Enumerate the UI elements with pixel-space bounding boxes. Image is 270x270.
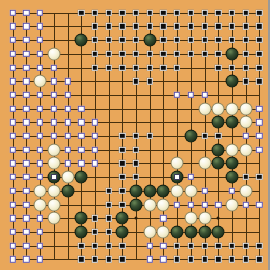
black-territory-marker-H3 [105, 229, 111, 235]
intersection-P9[interactable] [198, 143, 212, 157]
white-territory-marker-S5 [242, 201, 248, 207]
black-stone-R16 [225, 47, 238, 60]
black-territory-marker-K8 [133, 160, 139, 166]
black-territory-marker-R1 [229, 256, 235, 262]
intersection-M14[interactable] [157, 74, 171, 88]
black-stone-Q3 [212, 225, 225, 238]
white-territory-marker-F8 [78, 160, 84, 166]
white-territory-marker-C12 [37, 105, 43, 111]
black-territory-marker-Q15 [215, 64, 221, 70]
white-territory-marker-B12 [23, 105, 29, 111]
white-territory-marker-T11 [256, 119, 262, 125]
white-territory-marker-A3 [9, 229, 15, 235]
black-territory-marker-F19 [78, 9, 84, 15]
black-stone-F7 [75, 171, 88, 184]
white-territory-marker-A8 [9, 160, 15, 166]
black-territory-marker-G15 [92, 64, 98, 70]
white-territory-marker-A4 [9, 215, 15, 221]
intersection-O15[interactable] [184, 61, 198, 75]
black-territory-marker-O18 [188, 23, 194, 29]
white-territory-marker-B18 [23, 23, 29, 29]
white-stone-D6 [47, 184, 60, 197]
intersection-E17[interactable] [61, 33, 75, 47]
intersection-P7[interactable] [198, 170, 212, 184]
intersection-K3[interactable] [129, 225, 143, 239]
intersection-G7[interactable] [88, 170, 102, 184]
black-territory-marker-S18 [242, 23, 248, 29]
white-stone-P8 [198, 157, 211, 170]
intersection-L11[interactable] [143, 115, 157, 129]
white-stone-C6 [34, 184, 47, 197]
white-territory-marker-C18 [37, 23, 43, 29]
intersection-O9[interactable] [184, 143, 198, 157]
black-territory-marker-N15 [174, 64, 180, 70]
intersection-T4[interactable] [252, 211, 266, 225]
black-territory-marker-T2 [256, 242, 262, 248]
black-stone-J4 [116, 212, 129, 225]
intersection-S3[interactable] [239, 225, 253, 239]
intersection-M12[interactable] [157, 102, 171, 116]
intersection-J13[interactable] [115, 88, 129, 102]
white-stone-M3 [157, 225, 170, 238]
black-territory-marker-T1 [256, 256, 262, 262]
white-territory-marker-C7 [37, 174, 43, 180]
black-territory-marker-S7 [242, 174, 248, 180]
black-territory-marker-H6 [105, 188, 111, 194]
white-territory-marker-O7 [188, 174, 194, 180]
black-stone-Q8 [212, 157, 225, 170]
white-territory-marker-D13 [51, 92, 57, 98]
black-territory-marker-Q2 [215, 242, 221, 248]
black-territory-marker-G4 [92, 215, 98, 221]
intersection-H12[interactable] [102, 102, 116, 116]
intersection-K11[interactable] [129, 115, 143, 129]
white-territory-marker-B10 [23, 133, 29, 139]
black-territory-marker-M18 [160, 23, 166, 29]
white-territory-marker-C9 [37, 146, 43, 152]
white-territory-marker-B13 [23, 92, 29, 98]
intersection-G6[interactable] [88, 184, 102, 198]
intersection-N10[interactable] [170, 129, 184, 143]
black-territory-marker-Q10 [215, 133, 221, 139]
black-territory-marker-S2 [242, 242, 248, 248]
intersection-Q14[interactable] [211, 74, 225, 88]
black-territory-marker-J15 [119, 64, 125, 70]
intersection-E15[interactable] [61, 61, 75, 75]
black-territory-marker-J2 [119, 242, 125, 248]
intersection-S8[interactable] [239, 157, 253, 171]
black-territory-marker-T18 [256, 23, 262, 29]
black-territory-marker-M17 [160, 37, 166, 43]
white-territory-marker-B19 [23, 9, 29, 15]
black-stone-Q11 [212, 116, 225, 129]
black-stone-O3 [184, 225, 197, 238]
white-stone-Q12 [212, 102, 225, 115]
white-territory-marker-B4 [23, 215, 29, 221]
intersection-T13[interactable] [252, 88, 266, 102]
white-territory-marker-E12 [64, 105, 70, 111]
black-territory-marker-T17 [256, 37, 262, 43]
black-territory-marker-J9 [119, 146, 125, 152]
white-stone-C5 [34, 198, 47, 211]
intersection-T3[interactable] [252, 225, 266, 239]
intersection-P14[interactable] [198, 74, 212, 88]
intersection-G13[interactable] [88, 88, 102, 102]
white-territory-marker-B3 [23, 229, 29, 235]
intersection-M7[interactable] [157, 170, 171, 184]
black-territory-marker-L18 [146, 23, 152, 29]
black-territory-marker-J16 [119, 51, 125, 57]
intersection-Q7[interactable] [211, 170, 225, 184]
black-territory-marker-M15 [160, 64, 166, 70]
black-territory-marker-G18 [92, 23, 98, 29]
intersection-O11[interactable] [184, 115, 198, 129]
intersection-D1[interactable] [47, 252, 61, 266]
black-territory-marker-G17 [92, 37, 98, 43]
black-territory-marker-R2 [229, 242, 235, 248]
white-territory-marker-E8 [64, 160, 70, 166]
black-stone-L6 [143, 184, 156, 197]
intersection-E3[interactable] [61, 225, 75, 239]
black-territory-marker-T15 [256, 64, 262, 70]
intersection-N12[interactable] [170, 102, 184, 116]
intersection-L8[interactable] [143, 157, 157, 171]
white-territory-marker-E9 [64, 146, 70, 152]
white-territory-marker-A11 [9, 119, 15, 125]
black-territory-marker-K16 [133, 51, 139, 57]
intersection-N4[interactable] [170, 211, 184, 225]
black-territory-marker-O17 [188, 37, 194, 43]
black-territory-marker-Q17 [215, 37, 221, 43]
black-stone-R7 [225, 171, 238, 184]
black-territory-marker-F1 [78, 256, 84, 262]
white-territory-marker-A14 [9, 78, 15, 84]
black-territory-marker-J17 [119, 37, 125, 43]
intersection-L13[interactable] [143, 88, 157, 102]
black-territory-marker-K15 [133, 64, 139, 70]
black-territory-marker-N2 [174, 242, 180, 248]
white-territory-marker-P13 [201, 92, 207, 98]
intersection-R10[interactable] [225, 129, 239, 143]
black-territory-marker-T7 [256, 174, 262, 180]
black-territory-marker-M16 [160, 51, 166, 57]
white-territory-marker-F11 [78, 119, 84, 125]
black-territory-marker-H2 [105, 242, 111, 248]
black-stone-F3 [75, 225, 88, 238]
white-territory-marker-A2 [9, 242, 15, 248]
intersection-H11[interactable] [102, 115, 116, 129]
intersection-Q13[interactable] [211, 88, 225, 102]
white-territory-marker-N5 [174, 201, 180, 207]
white-territory-marker-M2 [160, 242, 166, 248]
dead-stone-marker-N7 [174, 174, 180, 180]
black-stone-P3 [198, 225, 211, 238]
intersection-M11[interactable] [157, 115, 171, 129]
intersection-T6[interactable] [252, 184, 266, 198]
intersection-E19[interactable] [61, 6, 75, 20]
black-territory-marker-H5 [105, 201, 111, 207]
intersection-E18[interactable] [61, 20, 75, 34]
black-stone-J3 [116, 225, 129, 238]
black-territory-marker-J18 [119, 23, 125, 29]
intersection-R13[interactable] [225, 88, 239, 102]
intersection-O8[interactable] [184, 157, 198, 171]
white-territory-marker-C4 [37, 215, 43, 221]
white-territory-marker-C2 [37, 242, 43, 248]
intersection-K4[interactable] [129, 211, 143, 225]
white-territory-marker-O13 [188, 92, 194, 98]
intersection-S13[interactable] [239, 88, 253, 102]
white-territory-marker-A19 [9, 9, 15, 15]
white-territory-marker-A13 [9, 92, 15, 98]
intersection-E2[interactable] [61, 239, 75, 253]
white-territory-marker-A17 [9, 37, 15, 43]
black-stone-F17 [75, 34, 88, 47]
white-territory-marker-A15 [9, 64, 15, 70]
white-territory-marker-F9 [78, 146, 84, 152]
white-stone-P12 [198, 102, 211, 115]
white-territory-marker-Q5 [215, 201, 221, 207]
intersection-F13[interactable] [74, 88, 88, 102]
black-territory-marker-P17 [201, 37, 207, 43]
intersection-E5[interactable] [61, 198, 75, 212]
white-territory-marker-T12 [256, 105, 262, 111]
intersection-F16[interactable] [74, 47, 88, 61]
black-territory-marker-G16 [92, 51, 98, 57]
black-territory-marker-P1 [201, 256, 207, 262]
black-territory-marker-L16 [146, 51, 152, 57]
intersection-M8[interactable] [157, 157, 171, 171]
black-territory-marker-O19 [188, 9, 194, 15]
white-stone-N8 [171, 157, 184, 170]
white-territory-marker-B9 [23, 146, 29, 152]
intersection-N9[interactable] [170, 143, 184, 157]
black-territory-marker-J10 [119, 133, 125, 139]
intersection-D17[interactable] [47, 33, 61, 47]
black-territory-marker-H19 [105, 9, 111, 15]
white-territory-marker-S10 [242, 133, 248, 139]
black-territory-marker-K14 [133, 78, 139, 84]
white-territory-marker-P5 [201, 201, 207, 207]
white-territory-marker-D10 [51, 133, 57, 139]
black-stone-L17 [143, 34, 156, 47]
intersection-M9[interactable] [157, 143, 171, 157]
white-territory-marker-G11 [92, 119, 98, 125]
white-territory-marker-M1 [160, 256, 166, 262]
black-stone-M6 [157, 184, 170, 197]
intersection-S4[interactable] [239, 211, 253, 225]
black-territory-marker-S19 [242, 9, 248, 15]
intersection-J12[interactable] [115, 102, 129, 116]
white-territory-marker-B17 [23, 37, 29, 43]
intersection-N11[interactable] [170, 115, 184, 129]
white-territory-marker-F12 [78, 105, 84, 111]
intersection-E16[interactable] [61, 47, 75, 61]
intersection-F5[interactable] [74, 198, 88, 212]
intersection-P15[interactable] [198, 61, 212, 75]
black-territory-marker-P18 [201, 23, 207, 29]
intersection-L9[interactable] [143, 143, 157, 157]
intersection-L4[interactable] [143, 211, 157, 225]
black-territory-marker-L10 [146, 133, 152, 139]
white-territory-marker-C10 [37, 133, 43, 139]
white-territory-marker-A6 [9, 188, 15, 194]
black-territory-marker-N18 [174, 23, 180, 29]
intersection-O14[interactable] [184, 74, 198, 88]
intersection-H9[interactable] [102, 143, 116, 157]
white-territory-marker-D14 [51, 78, 57, 84]
intersection-H13[interactable] [102, 88, 116, 102]
white-territory-marker-A10 [9, 133, 15, 139]
black-territory-marker-S17 [242, 37, 248, 43]
black-territory-marker-Q1 [215, 256, 221, 262]
intersection-T8[interactable] [252, 157, 266, 171]
white-territory-marker-A7 [9, 174, 15, 180]
intersection-H8[interactable] [102, 157, 116, 171]
intersection-D19[interactable] [47, 6, 61, 20]
white-territory-marker-O5 [188, 201, 194, 207]
intersection-H10[interactable] [102, 129, 116, 143]
black-territory-marker-L15 [146, 64, 152, 70]
intersection-H14[interactable] [102, 74, 116, 88]
black-territory-marker-Q19 [215, 9, 221, 15]
white-territory-marker-E10 [64, 133, 70, 139]
white-territory-marker-C15 [37, 64, 43, 70]
white-territory-marker-C11 [37, 119, 43, 125]
white-territory-marker-C17 [37, 37, 43, 43]
intersection-K2[interactable] [129, 239, 143, 253]
white-territory-marker-B6 [23, 188, 29, 194]
black-territory-marker-G2 [92, 242, 98, 248]
intersection-F15[interactable] [74, 61, 88, 75]
intersection-L12[interactable] [143, 102, 157, 116]
intersection-J11[interactable] [115, 115, 129, 129]
white-territory-marker-C8 [37, 160, 43, 166]
intersection-G14[interactable] [88, 74, 102, 88]
black-territory-marker-H16 [105, 51, 111, 57]
white-stone-O4 [184, 212, 197, 225]
intersection-H7[interactable] [102, 170, 116, 184]
white-stone-D4 [47, 212, 60, 225]
black-territory-marker-S15 [242, 64, 248, 70]
intersection-P11[interactable] [198, 115, 212, 129]
intersection-M13[interactable] [157, 88, 171, 102]
intersection-Q4[interactable] [211, 211, 225, 225]
white-stone-P4 [198, 212, 211, 225]
white-territory-marker-B7 [23, 174, 29, 180]
white-territory-marker-B8 [23, 160, 29, 166]
white-territory-marker-F10 [78, 133, 84, 139]
white-territory-marker-E11 [64, 119, 70, 125]
black-territory-marker-T16 [256, 51, 262, 57]
black-territory-marker-J6 [119, 188, 125, 194]
black-stone-K5 [130, 198, 143, 211]
black-territory-marker-K17 [133, 37, 139, 43]
intersection-K13[interactable] [129, 88, 143, 102]
white-territory-marker-C13 [37, 92, 43, 98]
black-territory-marker-J5 [119, 201, 125, 207]
white-territory-marker-C1 [37, 256, 43, 262]
intersection-Q6[interactable] [211, 184, 225, 198]
intersection-N14[interactable] [170, 74, 184, 88]
intersection-G12[interactable] [88, 102, 102, 116]
black-territory-marker-H17 [105, 37, 111, 43]
intersection-E4[interactable] [61, 211, 75, 225]
black-territory-marker-R19 [229, 9, 235, 15]
intersection-K12[interactable] [129, 102, 143, 116]
intersection-F6[interactable] [74, 184, 88, 198]
black-territory-marker-R18 [229, 23, 235, 29]
intersection-D18[interactable] [47, 20, 61, 34]
intersection-K1[interactable] [129, 252, 143, 266]
white-stone-S9 [239, 143, 252, 156]
white-territory-marker-B16 [23, 51, 29, 57]
black-territory-marker-H15 [105, 64, 111, 70]
white-territory-marker-B5 [23, 201, 29, 207]
white-territory-marker-N13 [174, 92, 180, 98]
white-stone-O6 [184, 184, 197, 197]
intersection-J14[interactable] [115, 74, 129, 88]
intersection-F14[interactable] [74, 74, 88, 88]
white-stone-S12 [239, 102, 252, 115]
white-territory-marker-B2 [23, 242, 29, 248]
intersection-M10[interactable] [157, 129, 171, 143]
black-territory-marker-L14 [146, 78, 152, 84]
white-territory-marker-C19 [37, 9, 43, 15]
white-territory-marker-D12 [51, 105, 57, 111]
white-territory-marker-G9 [92, 146, 98, 152]
intersection-O12[interactable] [184, 102, 198, 116]
black-territory-marker-J8 [119, 160, 125, 166]
white-territory-marker-B15 [23, 64, 29, 70]
white-stone-D9 [47, 143, 60, 156]
intersection-R3[interactable] [225, 225, 239, 239]
black-territory-marker-H1 [105, 256, 111, 262]
go-board [0, 0, 270, 270]
black-territory-marker-G1 [92, 256, 98, 262]
intersection-G5[interactable] [88, 198, 102, 212]
black-territory-marker-R15 [229, 64, 235, 70]
black-stone-R14 [225, 75, 238, 88]
intersection-L7[interactable] [143, 170, 157, 184]
black-territory-marker-N17 [174, 37, 180, 43]
white-stone-D16 [47, 47, 60, 60]
white-territory-marker-D11 [51, 119, 57, 125]
intersection-E1[interactable] [61, 252, 75, 266]
black-territory-marker-L19 [146, 9, 152, 15]
intersection-R4[interactable] [225, 211, 239, 225]
black-stone-R11 [225, 116, 238, 129]
black-territory-marker-Q16 [215, 51, 221, 57]
black-territory-marker-K18 [133, 23, 139, 29]
white-territory-marker-T10 [256, 133, 262, 139]
white-territory-marker-C16 [37, 51, 43, 57]
white-territory-marker-E14 [64, 78, 70, 84]
black-territory-marker-N19 [174, 9, 180, 15]
black-stone-K6 [130, 184, 143, 197]
intersection-D2[interactable] [47, 239, 61, 253]
intersection-D3[interactable] [47, 225, 61, 239]
black-territory-marker-N1 [174, 256, 180, 262]
black-stone-E6 [61, 184, 74, 197]
dead-stone-marker-D7 [51, 174, 57, 180]
black-territory-marker-K7 [133, 174, 139, 180]
white-territory-marker-B14 [23, 78, 29, 84]
white-stone-S11 [239, 116, 252, 129]
intersection-F18[interactable] [74, 20, 88, 34]
window-edge-strip [268, 0, 270, 270]
black-stone-R8 [225, 157, 238, 170]
